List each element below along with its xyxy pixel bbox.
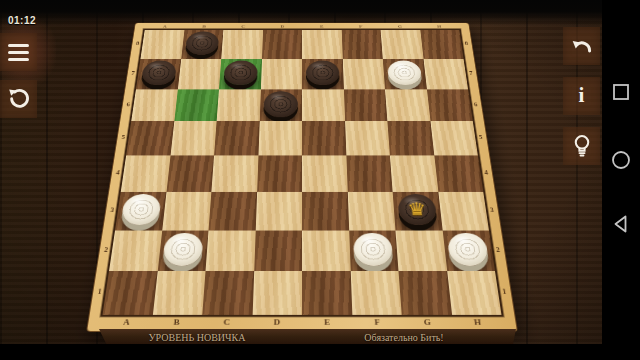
square-a5[interactable] — [126, 121, 174, 155]
king-crown-icon: ♛ — [407, 200, 427, 217]
square-f8[interactable] — [341, 30, 382, 59]
file-label-top: H — [419, 24, 459, 29]
square-a2[interactable] — [109, 230, 162, 271]
bottom-black-bar — [0, 344, 640, 360]
square-g4[interactable] — [390, 155, 438, 191]
square-e3[interactable] — [302, 192, 349, 230]
square-h6[interactable] — [427, 89, 473, 121]
info-button[interactable]: i — [563, 77, 600, 115]
file-label-bottom: H — [452, 316, 504, 330]
square-h7[interactable] — [423, 59, 468, 89]
home-circle-icon[interactable] — [611, 150, 631, 170]
square-e1[interactable] — [302, 271, 352, 315]
square-d6[interactable] — [259, 89, 302, 121]
square-c3[interactable] — [209, 192, 257, 230]
dark-man[interactable] — [140, 61, 176, 86]
dark-man[interactable] — [306, 61, 340, 86]
square-e5[interactable] — [302, 121, 346, 155]
hint-button[interactable] — [563, 127, 600, 165]
square-d2[interactable] — [254, 230, 302, 271]
recents-square-icon[interactable] — [611, 82, 631, 102]
game-timer: 01:12 — [8, 15, 36, 26]
square-e2[interactable] — [302, 230, 350, 271]
square-f6[interactable] — [344, 89, 388, 121]
square-f5[interactable] — [345, 121, 390, 155]
file-label-top: A — [145, 24, 185, 29]
dark-man[interactable] — [263, 91, 298, 117]
square-g1[interactable] — [398, 271, 451, 315]
dark-man[interactable] — [185, 32, 219, 55]
file-label-bottom: C — [201, 316, 252, 330]
file-label-top: D — [263, 24, 302, 29]
square-h5[interactable] — [430, 121, 478, 155]
square-b5[interactable] — [170, 121, 216, 155]
square-d3[interactable] — [255, 192, 302, 230]
square-f3[interactable] — [347, 192, 395, 230]
square-e6[interactable] — [302, 89, 345, 121]
square-c8[interactable] — [221, 30, 262, 59]
square-c5[interactable] — [214, 121, 259, 155]
white-man[interactable] — [162, 233, 204, 266]
square-e7[interactable] — [302, 59, 344, 89]
rule-message: Обязательно Бить! — [364, 331, 443, 345]
square-d8[interactable] — [262, 30, 302, 59]
square-b7[interactable] — [177, 59, 221, 89]
square-d4[interactable] — [257, 155, 302, 191]
file-label-bottom: D — [252, 316, 302, 330]
dark-man[interactable] — [223, 61, 258, 86]
file-label-top: C — [223, 24, 262, 29]
file-label-top: B — [184, 24, 224, 29]
square-c2[interactable] — [206, 230, 256, 271]
white-man[interactable] — [447, 233, 490, 266]
board-grid: ♛ — [103, 30, 502, 315]
square-e8[interactable] — [302, 30, 342, 59]
file-label-top: F — [341, 24, 380, 29]
square-b2[interactable] — [157, 230, 208, 271]
square-a1[interactable] — [103, 271, 158, 315]
file-label-bottom: A — [100, 316, 152, 330]
square-d5[interactable] — [258, 121, 302, 155]
square-b8[interactable] — [181, 30, 224, 59]
square-g6[interactable] — [385, 89, 430, 121]
square-h3[interactable] — [438, 192, 489, 230]
square-f7[interactable] — [342, 59, 385, 89]
info-icon: i — [579, 85, 585, 106]
square-f4[interactable] — [346, 155, 393, 191]
hint-bulb-icon — [569, 132, 595, 160]
square-h4[interactable] — [434, 155, 483, 191]
square-a4[interactable] — [121, 155, 170, 191]
square-c6[interactable] — [217, 89, 261, 121]
square-h1[interactable] — [447, 271, 502, 315]
file-label-bottom: G — [402, 316, 453, 330]
square-a6[interactable] — [131, 89, 177, 121]
file-label-top: G — [380, 24, 420, 29]
dark-king[interactable]: ♛ — [397, 194, 437, 225]
white-man[interactable] — [387, 61, 422, 86]
hamburger-menu-icon — [8, 44, 29, 61]
square-h2[interactable] — [442, 230, 495, 271]
file-label-top: E — [302, 24, 341, 29]
square-b6[interactable] — [174, 89, 219, 121]
square-g2[interactable] — [395, 230, 446, 271]
restart-icon — [6, 86, 32, 112]
square-a8[interactable] — [141, 30, 185, 59]
restart-button[interactable] — [0, 80, 37, 118]
file-label-bottom: B — [151, 316, 202, 330]
square-f1[interactable] — [350, 271, 401, 315]
file-label-bottom: F — [352, 316, 403, 330]
square-b1[interactable] — [152, 271, 205, 315]
file-label-bottom: E — [302, 316, 352, 330]
square-a7[interactable] — [136, 59, 181, 89]
square-d1[interactable] — [252, 271, 302, 315]
level-label: УРОВЕНЬ НОВИЧКА — [149, 331, 246, 345]
square-g3[interactable]: ♛ — [393, 192, 443, 230]
square-c1[interactable] — [202, 271, 253, 315]
checkers-board: ♛ AABBCCDDEEFFGGHH8877665544332211 — [86, 23, 518, 332]
square-c4[interactable] — [211, 155, 258, 191]
menu-button[interactable] — [0, 33, 37, 71]
square-g8[interactable] — [381, 30, 424, 59]
white-man[interactable] — [120, 194, 161, 225]
square-b4[interactable] — [166, 155, 214, 191]
square-a3[interactable] — [115, 192, 166, 230]
back-triangle-icon[interactable] — [611, 214, 631, 234]
undo-button[interactable] — [563, 27, 600, 65]
square-h8[interactable] — [420, 30, 464, 59]
square-g7[interactable] — [383, 59, 427, 89]
square-b3[interactable] — [162, 192, 212, 230]
white-man[interactable] — [353, 233, 393, 266]
square-d7[interactable] — [260, 59, 302, 89]
square-c7[interactable] — [219, 59, 262, 89]
square-e4[interactable] — [302, 155, 347, 191]
square-g5[interactable] — [387, 121, 433, 155]
android-nav-bar — [602, 0, 640, 360]
undo-icon — [569, 33, 595, 59]
square-f2[interactable] — [349, 230, 399, 271]
